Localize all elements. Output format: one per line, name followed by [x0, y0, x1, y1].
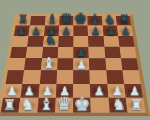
- piece-white-pawn-d2[interactable]: ♟: [56, 86, 73, 97]
- square-h4[interactable]: [121, 58, 139, 70]
- square-g8[interactable]: ♞: [102, 16, 117, 26]
- square-b7[interactable]: ♟: [29, 26, 45, 36]
- piece-white-knight-g1[interactable]: ♞: [109, 98, 127, 113]
- square-a4[interactable]: [8, 58, 26, 70]
- piece-black-queen-d8[interactable]: ♛: [59, 13, 73, 26]
- square-e2[interactable]: [73, 84, 90, 98]
- square-a3[interactable]: [6, 70, 25, 83]
- square-g2[interactable]: ♟: [107, 84, 126, 98]
- piece-black-bishop-f8[interactable]: ♝: [88, 13, 102, 25]
- piece-black-king-e8[interactable]: ♚: [73, 12, 87, 26]
- square-b6[interactable]: [27, 36, 43, 47]
- square-g4[interactable]: [105, 58, 122, 70]
- square-a8[interactable]: ♜: [16, 16, 32, 26]
- square-f8[interactable]: ♝: [88, 16, 103, 26]
- square-c1[interactable]: ♝: [37, 98, 56, 113]
- piece-white-pawn-e4[interactable]: ♟: [73, 60, 89, 71]
- square-c7[interactable]: ♟: [44, 26, 59, 36]
- square-a6[interactable]: [12, 36, 29, 47]
- square-b5[interactable]: [26, 47, 43, 59]
- square-e7[interactable]: [73, 26, 88, 36]
- square-d3[interactable]: [56, 70, 73, 83]
- piece-black-bishop-c8[interactable]: ♝: [45, 13, 59, 25]
- square-d4[interactable]: [57, 58, 73, 70]
- piece-white-king-e1[interactable]: ♚: [73, 95, 91, 112]
- square-g6[interactable]: [103, 36, 119, 47]
- square-h7[interactable]: ♟: [117, 26, 133, 36]
- piece-white-pawn-h2[interactable]: ♟: [126, 86, 143, 97]
- square-a2[interactable]: ♟: [3, 84, 22, 98]
- piece-black-pawn-b7[interactable]: ♟: [29, 26, 44, 36]
- square-d7[interactable]: ♟: [58, 26, 73, 36]
- square-e8[interactable]: ♚: [73, 16, 87, 26]
- piece-black-rook-a8[interactable]: ♜: [16, 15, 30, 26]
- square-a7[interactable]: ♟: [14, 26, 30, 36]
- piece-white-queen-d1[interactable]: ♛: [55, 96, 73, 112]
- piece-black-pawn-a7[interactable]: ♟: [14, 26, 29, 36]
- piece-white-pawn-c2[interactable]: ♟: [38, 86, 55, 97]
- piece-white-bishop-c4[interactable]: ♝: [41, 56, 57, 70]
- square-e5[interactable]: ♟: [73, 47, 89, 59]
- square-h6[interactable]: [118, 36, 135, 47]
- piece-white-rook-a1[interactable]: ♜: [1, 99, 19, 113]
- piece-black-pawn-c7[interactable]: ♟: [44, 26, 59, 36]
- square-c8[interactable]: ♝: [45, 16, 60, 26]
- square-f1[interactable]: [91, 98, 110, 113]
- piece-black-pawn-f7[interactable]: ♟: [88, 26, 103, 36]
- square-a5[interactable]: [10, 47, 27, 59]
- board-perspective-viewport: ♜♝♛♚♝♞♜♟♟♟♟♟♟♟♞♟♝♟♟♟♟♟♟♟♟♜♞♝♛♚♞♜: [0, 0, 150, 120]
- square-f5[interactable]: [89, 47, 105, 59]
- square-d1[interactable]: ♛: [55, 98, 73, 113]
- square-c5[interactable]: [42, 47, 58, 59]
- square-g1[interactable]: ♞: [108, 98, 127, 113]
- square-b4[interactable]: [24, 58, 41, 70]
- piece-black-knight-c6[interactable]: ♞: [43, 34, 58, 46]
- square-h3[interactable]: [122, 70, 140, 83]
- square-e4[interactable]: ♟: [73, 58, 89, 70]
- square-c6[interactable]: ♞: [43, 36, 59, 47]
- square-b1[interactable]: ♞: [19, 98, 38, 113]
- piece-black-pawn-h7[interactable]: ♟: [118, 26, 133, 36]
- chess-app-window: ♜♝♛♚♝♞♜♟♟♟♟♟♟♟♞♟♝♟♟♟♟♟♟♟♟♜♞♝♛♚♞♜: [0, 0, 150, 120]
- square-e3[interactable]: [73, 70, 90, 83]
- piece-white-pawn-b2[interactable]: ♟: [21, 86, 38, 97]
- piece-white-rook-h1[interactable]: ♜: [127, 99, 145, 113]
- square-b2[interactable]: ♟: [21, 84, 40, 98]
- square-g5[interactable]: [104, 47, 121, 59]
- square-h1[interactable]: ♜: [126, 98, 146, 113]
- square-f7[interactable]: ♟: [88, 26, 103, 36]
- piece-white-pawn-a2[interactable]: ♟: [3, 86, 20, 97]
- square-b3[interactable]: [22, 70, 40, 83]
- square-e6[interactable]: [73, 36, 88, 47]
- square-g7[interactable]: ♟: [102, 26, 118, 36]
- square-e1[interactable]: ♚: [73, 98, 91, 113]
- chess-board[interactable]: ♜♝♛♚♝♞♜♟♟♟♟♟♟♟♞♟♝♟♟♟♟♟♟♟♟♜♞♝♛♚♞♜: [0, 14, 150, 116]
- piece-white-knight-b1[interactable]: ♞: [19, 98, 37, 113]
- piece-white-bishop-c1[interactable]: ♝: [37, 97, 55, 113]
- piece-white-pawn-f2[interactable]: ♟: [91, 86, 108, 97]
- square-f3[interactable]: [90, 70, 107, 83]
- square-h5[interactable]: [119, 47, 136, 59]
- square-c2[interactable]: ♟: [38, 84, 56, 98]
- piece-black-rook-h8[interactable]: ♜: [117, 15, 131, 26]
- square-d2[interactable]: ♟: [56, 84, 74, 98]
- square-d6[interactable]: [58, 36, 73, 47]
- piece-black-pawn-e5[interactable]: ♟: [73, 48, 89, 58]
- square-h8[interactable]: ♜: [116, 16, 132, 26]
- square-f4[interactable]: [89, 58, 106, 70]
- square-f2[interactable]: ♟: [90, 84, 108, 98]
- square-d8[interactable]: ♛: [59, 16, 73, 26]
- square-c4[interactable]: ♝: [41, 58, 58, 70]
- square-d5[interactable]: [57, 47, 73, 59]
- square-b8[interactable]: [30, 16, 45, 26]
- piece-black-pawn-d7[interactable]: ♟: [58, 26, 73, 36]
- piece-black-knight-g8[interactable]: ♞: [102, 14, 116, 26]
- piece-white-pawn-g2[interactable]: ♟: [108, 86, 125, 97]
- square-f6[interactable]: [88, 36, 104, 47]
- square-h2[interactable]: ♟: [124, 84, 143, 98]
- piece-black-pawn-g7[interactable]: ♟: [103, 26, 118, 36]
- square-a1[interactable]: ♜: [1, 98, 21, 113]
- square-c3[interactable]: [39, 70, 56, 83]
- square-g3[interactable]: [106, 70, 124, 83]
